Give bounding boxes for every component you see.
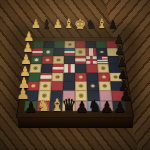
chess-piece-bP[interactable]: ♟ xyxy=(100,100,113,115)
chess-piece-bB[interactable]: ♝ xyxy=(42,18,53,30)
chess-piece-bP[interactable]: ♟ xyxy=(108,19,118,30)
chess-piece-wB[interactable]: ♝ xyxy=(97,18,108,30)
chess-piece-bN[interactable]: ♞ xyxy=(86,18,97,30)
chess-piece-wP[interactable]: ♟ xyxy=(53,19,63,30)
chess-board-photo: ♟♝♟♝♚♞♝♟♟♟♟♟♟♟♟♟♟♟♟♟♟♞♝♛♟♞♟♟ xyxy=(0,0,150,150)
chess-piece-wK[interactable]: ♚ xyxy=(74,18,86,31)
pieces-layer: ♟♝♟♝♚♞♝♟♟♟♟♟♟♟♟♟♟♟♟♟♟♞♝♛♟♞♟♟ xyxy=(0,0,150,150)
chess-piece-wP[interactable]: ♟ xyxy=(31,19,41,30)
chess-piece-bP[interactable]: ♟ xyxy=(113,100,126,115)
chess-piece-wB[interactable]: ♝ xyxy=(64,18,75,30)
chess-piece-bP[interactable]: ♟ xyxy=(75,100,88,115)
chess-piece-bP[interactable]: ♟ xyxy=(24,100,37,115)
